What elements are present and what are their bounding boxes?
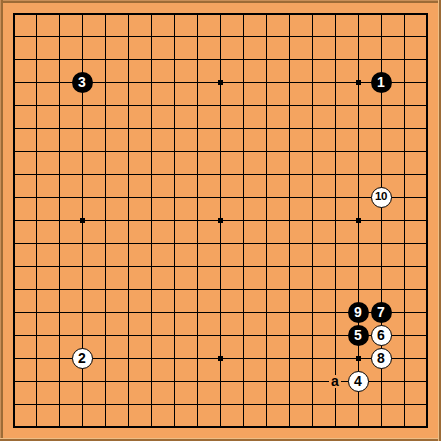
white-stone-4: 4 — [348, 371, 369, 392]
stone-number: 2 — [78, 351, 86, 365]
stone-number: 6 — [377, 328, 385, 342]
black-stone-7: 7 — [371, 302, 392, 323]
black-stone-9: 9 — [348, 302, 369, 323]
board-frame-top — [0, 0, 441, 3]
go-board[interactable]: 12345678910a — [0, 0, 441, 441]
stone-number: 3 — [78, 75, 86, 89]
stone-number: 10 — [375, 191, 387, 203]
stones-layer: 12345678910a — [2, 2, 439, 439]
stone-number: 1 — [377, 75, 385, 89]
stone-number: 5 — [354, 328, 362, 342]
stone-number: 4 — [354, 374, 362, 388]
white-stone-8: 8 — [371, 348, 392, 369]
white-stone-10: 10 — [371, 187, 392, 208]
point-label-a: a — [329, 375, 341, 388]
black-stone-3: 3 — [72, 72, 93, 93]
stone-number: 7 — [377, 305, 385, 319]
stone-number: 8 — [377, 351, 385, 365]
black-stone-1: 1 — [371, 72, 392, 93]
board-frame-left — [0, 0, 3, 441]
white-stone-2: 2 — [72, 348, 93, 369]
white-stone-6: 6 — [371, 325, 392, 346]
stone-number: 9 — [354, 305, 362, 319]
black-stone-5: 5 — [348, 325, 369, 346]
